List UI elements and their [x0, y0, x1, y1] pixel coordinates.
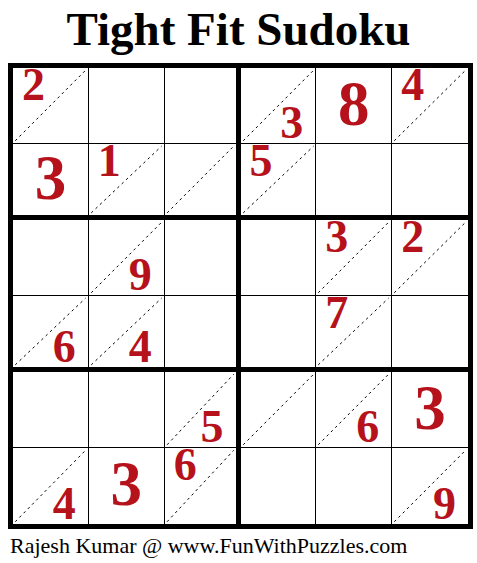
grid-cell-r1c6[interactable]: 4 — [392, 68, 468, 144]
given-digit: 1 — [98, 138, 121, 184]
grid-cell-r1c5[interactable]: 8 — [316, 68, 392, 144]
diagonal-split-line — [89, 220, 164, 295]
grid-cell-r1c3[interactable] — [165, 68, 241, 144]
given-digit: 2 — [22, 62, 45, 108]
given-digit: 6 — [53, 324, 76, 370]
given-digit: 3 — [280, 100, 303, 146]
grid-cell-r1c1[interactable]: 2 — [13, 68, 89, 144]
grid-cell-r3c5[interactable]: 3 — [316, 220, 392, 296]
puzzle-title: Tight Fit Sudoku — [0, 2, 477, 57]
grid-cell-r2c4[interactable]: 5 — [241, 144, 317, 220]
tight-fit-sudoku-page: { "game": "tight-fit-sudoku", "descripti… — [0, 0, 477, 563]
given-digit: 5 — [250, 138, 273, 184]
grid-cell-r4c2[interactable]: 4 — [89, 296, 165, 372]
grid-cell-r5c3[interactable]: 5 — [165, 372, 241, 448]
given-digit: 3 — [35, 147, 67, 210]
given-digit: 6 — [174, 442, 197, 488]
grid-cell-r5c2[interactable] — [89, 372, 165, 448]
grid-cell-r2c1[interactable]: 3 — [13, 144, 89, 220]
grid-cell-r5c5[interactable]: 6 — [316, 372, 392, 448]
grid-cell-r3c3[interactable] — [165, 220, 241, 296]
grid-cell-r2c5[interactable] — [316, 144, 392, 220]
grid-cell-r2c6[interactable] — [392, 144, 468, 220]
diagonal-split-line — [165, 144, 236, 215]
grid-cell-r2c3[interactable] — [165, 144, 241, 220]
grid-cell-r3c1[interactable] — [13, 220, 89, 296]
grid-cell-r6c3[interactable]: 6 — [165, 448, 241, 524]
grid-cell-r3c2[interactable]: 9 — [89, 220, 165, 296]
grid-cell-r6c5[interactable] — [316, 448, 392, 524]
grid-cell-r1c2[interactable] — [89, 68, 165, 144]
attribution-text: Rajesh Kumar @ www.FunWithPuzzles.com — [10, 533, 477, 559]
diagonal-split-line — [13, 448, 88, 524]
diagonal-split-line — [392, 448, 468, 524]
given-digit: 2 — [401, 214, 424, 260]
given-digit: 3 — [325, 214, 348, 260]
given-digit: 3 — [110, 453, 142, 516]
diagonal-split-line — [316, 372, 391, 447]
grid-cell-r4c3[interactable] — [165, 296, 241, 372]
grid-cell-r4c5[interactable]: 7 — [316, 296, 392, 372]
given-digit: 4 — [401, 62, 424, 108]
grid-cell-r2c2[interactable]: 1 — [89, 144, 165, 220]
given-digit: 7 — [325, 290, 348, 336]
given-digit: 9 — [129, 252, 152, 298]
grid-cell-r5c1[interactable] — [13, 372, 89, 448]
given-digit: 6 — [356, 404, 379, 450]
grid-cell-r6c4[interactable] — [241, 448, 317, 524]
given-digit: 8 — [338, 73, 370, 136]
given-digit: 4 — [129, 324, 152, 370]
grid-cell-r4c6[interactable] — [392, 296, 468, 372]
grid-cell-r6c2[interactable]: 3 — [89, 448, 165, 524]
grid-cell-r3c4[interactable] — [241, 220, 317, 296]
grid-cell-r6c6[interactable]: 9 — [392, 448, 468, 524]
given-digit: 4 — [53, 481, 76, 527]
given-digit: 3 — [414, 377, 446, 440]
grid-cell-r4c1[interactable]: 6 — [13, 296, 89, 372]
grid-cell-r5c4[interactable] — [241, 372, 317, 448]
given-digit: 5 — [201, 404, 224, 450]
diagonal-split-line — [13, 296, 88, 367]
sudoku-grid: 23843159326475634369 — [8, 63, 473, 529]
diagonal-split-line — [89, 296, 164, 367]
grid-cell-r4c4[interactable] — [241, 296, 317, 372]
given-digit: 9 — [433, 481, 456, 527]
grid-cell-r1c4[interactable]: 3 — [241, 68, 317, 144]
diagonal-split-line — [241, 68, 316, 143]
grid-cell-r5c6[interactable]: 3 — [392, 372, 468, 448]
grid-cell-r3c6[interactable]: 2 — [392, 220, 468, 296]
diagonal-split-line — [241, 372, 316, 447]
grid-cell-r6c1[interactable]: 4 — [13, 448, 89, 524]
